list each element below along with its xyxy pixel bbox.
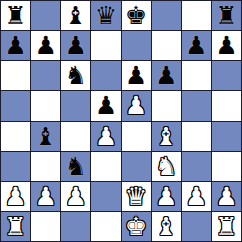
square-d5[interactable]: ♟ bbox=[91, 91, 120, 120]
square-e3[interactable] bbox=[122, 152, 151, 181]
square-a1[interactable]: ♜ bbox=[1, 212, 30, 241]
white-bishop-f1: ♝ bbox=[155, 214, 177, 239]
white-pawn-h2: ♟ bbox=[215, 184, 237, 209]
black-king-e8: ♚ bbox=[125, 3, 147, 28]
white-pawn-b2: ♟ bbox=[34, 184, 56, 209]
square-e5[interactable]: ♟ bbox=[122, 91, 151, 120]
square-f2[interactable]: ♟ bbox=[152, 182, 181, 211]
black-pawn-a7: ♟ bbox=[4, 33, 26, 58]
square-c6[interactable]: ♞ bbox=[61, 61, 90, 90]
white-bishop-f4: ♝ bbox=[155, 124, 177, 149]
black-pawn-e6: ♟ bbox=[125, 63, 147, 88]
square-b4[interactable]: ♝ bbox=[31, 122, 60, 151]
black-rook-a8: ♜ bbox=[4, 3, 26, 28]
black-queen-d8: ♛ bbox=[95, 3, 117, 28]
square-e2[interactable]: ♛ bbox=[122, 182, 151, 211]
white-pawn-a2: ♟ bbox=[4, 184, 26, 209]
square-f6[interactable]: ♟ bbox=[152, 61, 181, 90]
square-h1[interactable]: ♜ bbox=[212, 212, 241, 241]
square-f1[interactable]: ♝ bbox=[152, 212, 181, 241]
square-a7[interactable]: ♟ bbox=[1, 31, 30, 60]
black-pawn-g7: ♟ bbox=[185, 33, 207, 58]
white-pawn-f2: ♟ bbox=[155, 184, 177, 209]
square-g8[interactable] bbox=[182, 1, 211, 30]
square-c7[interactable]: ♟ bbox=[61, 31, 90, 60]
white-pawn-e5: ♟ bbox=[125, 93, 147, 118]
black-pawn-h7: ♟ bbox=[215, 33, 237, 58]
square-d1[interactable] bbox=[91, 212, 120, 241]
square-g7[interactable]: ♟ bbox=[182, 31, 211, 60]
square-h7[interactable]: ♟ bbox=[212, 31, 241, 60]
square-h2[interactable]: ♟ bbox=[212, 182, 241, 211]
black-rook-h8: ♜ bbox=[215, 3, 237, 28]
square-b6[interactable] bbox=[31, 61, 60, 90]
white-rook-h1: ♜ bbox=[215, 214, 237, 239]
square-e8[interactable]: ♚ bbox=[122, 1, 151, 30]
square-d3[interactable] bbox=[91, 152, 120, 181]
black-pawn-c7: ♟ bbox=[65, 33, 87, 58]
square-h4[interactable] bbox=[212, 122, 241, 151]
white-pawn-g2: ♟ bbox=[185, 184, 207, 209]
square-f8[interactable] bbox=[152, 1, 181, 30]
square-c3[interactable]: ♞ bbox=[61, 152, 90, 181]
square-b1[interactable] bbox=[31, 212, 60, 241]
square-d2[interactable] bbox=[91, 182, 120, 211]
square-f3[interactable]: ♞ bbox=[152, 152, 181, 181]
black-knight-c3: ♞ bbox=[65, 154, 87, 179]
square-b8[interactable] bbox=[31, 1, 60, 30]
square-f4[interactable]: ♝ bbox=[152, 122, 181, 151]
black-bishop-c8: ♝ bbox=[65, 3, 87, 28]
square-c2[interactable]: ♟ bbox=[61, 182, 90, 211]
square-e7[interactable] bbox=[122, 31, 151, 60]
square-g3[interactable] bbox=[182, 152, 211, 181]
black-bishop-b4: ♝ bbox=[34, 124, 56, 149]
white-pawn-d4: ♟ bbox=[95, 124, 117, 149]
square-f7[interactable] bbox=[152, 31, 181, 60]
white-pawn-c2: ♟ bbox=[65, 184, 87, 209]
square-a2[interactable]: ♟ bbox=[1, 182, 30, 211]
square-d8[interactable]: ♛ bbox=[91, 1, 120, 30]
square-e4[interactable] bbox=[122, 122, 151, 151]
square-a3[interactable] bbox=[1, 152, 30, 181]
square-b7[interactable]: ♟ bbox=[31, 31, 60, 60]
square-h8[interactable]: ♜ bbox=[212, 1, 241, 30]
white-king-e1: ♚ bbox=[125, 214, 147, 239]
square-e6[interactable]: ♟ bbox=[122, 61, 151, 90]
white-queen-e2: ♛ bbox=[125, 184, 147, 209]
square-c4[interactable] bbox=[61, 122, 90, 151]
square-g1[interactable] bbox=[182, 212, 211, 241]
square-c5[interactable] bbox=[61, 91, 90, 120]
square-c1[interactable] bbox=[61, 212, 90, 241]
square-g4[interactable] bbox=[182, 122, 211, 151]
square-g6[interactable] bbox=[182, 61, 211, 90]
square-d7[interactable] bbox=[91, 31, 120, 60]
black-pawn-d5: ♟ bbox=[95, 93, 117, 118]
square-h3[interactable] bbox=[212, 152, 241, 181]
square-d4[interactable]: ♟ bbox=[91, 122, 120, 151]
square-d6[interactable] bbox=[91, 61, 120, 90]
square-h6[interactable] bbox=[212, 61, 241, 90]
square-a8[interactable]: ♜ bbox=[1, 1, 30, 30]
square-c8[interactable]: ♝ bbox=[61, 1, 90, 30]
chess-board: ♜♝♛♚♜♟♟♟♟♟♞♟♟♟♟♝♟♝♞♞♟♟♟♛♟♟♟♜♚♝♜ bbox=[0, 0, 242, 242]
square-h5[interactable] bbox=[212, 91, 241, 120]
square-a5[interactable] bbox=[1, 91, 30, 120]
square-g2[interactable]: ♟ bbox=[182, 182, 211, 211]
black-pawn-f6: ♟ bbox=[155, 63, 177, 88]
white-rook-a1: ♜ bbox=[4, 214, 26, 239]
square-g5[interactable] bbox=[182, 91, 211, 120]
black-knight-c6: ♞ bbox=[65, 63, 87, 88]
square-a4[interactable] bbox=[1, 122, 30, 151]
square-b3[interactable] bbox=[31, 152, 60, 181]
square-b2[interactable]: ♟ bbox=[31, 182, 60, 211]
white-knight-f3: ♞ bbox=[155, 154, 177, 179]
square-f5[interactable] bbox=[152, 91, 181, 120]
square-e1[interactable]: ♚ bbox=[122, 212, 151, 241]
square-b5[interactable] bbox=[31, 91, 60, 120]
square-a6[interactable] bbox=[1, 61, 30, 90]
black-pawn-b7: ♟ bbox=[34, 33, 56, 58]
